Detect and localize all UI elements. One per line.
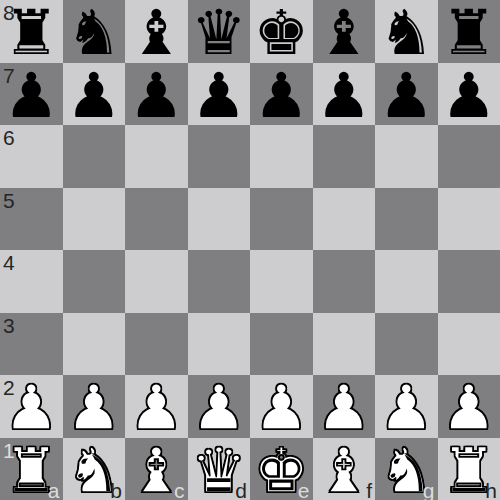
piece-white-pawn-f2[interactable]: ♟ bbox=[316, 377, 372, 439]
square-c7[interactable]: ♟ bbox=[125, 63, 188, 126]
piece-black-king-e8[interactable]: ♚ bbox=[253, 2, 309, 64]
piece-black-pawn-f7[interactable]: ♟ bbox=[316, 65, 372, 127]
square-e6[interactable] bbox=[250, 125, 313, 188]
square-f7[interactable]: ♟ bbox=[313, 63, 376, 126]
piece-black-pawn-d7[interactable]: ♟ bbox=[191, 65, 247, 127]
piece-white-queen-d1[interactable]: ♛ bbox=[191, 440, 247, 500]
square-g4[interactable] bbox=[375, 250, 438, 313]
square-d5[interactable] bbox=[188, 188, 251, 251]
piece-black-rook-h8[interactable]: ♜ bbox=[441, 2, 497, 64]
square-f4[interactable] bbox=[313, 250, 376, 313]
piece-white-pawn-b2[interactable]: ♟ bbox=[66, 377, 122, 439]
piece-white-pawn-a2[interactable]: ♟ bbox=[3, 377, 59, 439]
square-e8[interactable]: ♚ bbox=[250, 0, 313, 63]
square-b8[interactable]: ♞ bbox=[63, 0, 126, 63]
piece-black-pawn-h7[interactable]: ♟ bbox=[441, 65, 497, 127]
square-d3[interactable] bbox=[188, 313, 251, 376]
square-d1[interactable]: ♛d bbox=[188, 438, 251, 500]
square-a6[interactable]: 6 bbox=[0, 125, 63, 188]
piece-black-pawn-g7[interactable]: ♟ bbox=[378, 65, 434, 127]
square-f3[interactable] bbox=[313, 313, 376, 376]
square-f6[interactable] bbox=[313, 125, 376, 188]
square-f5[interactable] bbox=[313, 188, 376, 251]
square-h7[interactable]: ♟ bbox=[438, 63, 500, 126]
piece-white-pawn-e2[interactable]: ♟ bbox=[253, 377, 309, 439]
square-g1[interactable]: ♞g bbox=[375, 438, 438, 500]
rank-label-5: 5 bbox=[3, 190, 15, 211]
square-b4[interactable] bbox=[63, 250, 126, 313]
piece-white-pawn-d2[interactable]: ♟ bbox=[191, 377, 247, 439]
square-d6[interactable] bbox=[188, 125, 251, 188]
square-h8[interactable]: ♜ bbox=[438, 0, 500, 63]
piece-white-pawn-c2[interactable]: ♟ bbox=[128, 377, 184, 439]
square-b7[interactable]: ♟ bbox=[63, 63, 126, 126]
square-a7[interactable]: ♟7 bbox=[0, 63, 63, 126]
square-c2[interactable]: ♟ bbox=[125, 375, 188, 438]
piece-white-king-e1[interactable]: ♚ bbox=[253, 440, 309, 500]
square-d4[interactable] bbox=[188, 250, 251, 313]
square-e3[interactable] bbox=[250, 313, 313, 376]
rank-label-3: 3 bbox=[3, 315, 15, 336]
piece-black-pawn-b7[interactable]: ♟ bbox=[66, 65, 122, 127]
square-f8[interactable]: ♝ bbox=[313, 0, 376, 63]
piece-black-pawn-c7[interactable]: ♟ bbox=[128, 65, 184, 127]
square-c5[interactable] bbox=[125, 188, 188, 251]
square-a3[interactable]: 3 bbox=[0, 313, 63, 376]
square-d2[interactable]: ♟ bbox=[188, 375, 251, 438]
square-g3[interactable] bbox=[375, 313, 438, 376]
square-e1[interactable]: ♚e bbox=[250, 438, 313, 500]
piece-black-bishop-c8[interactable]: ♝ bbox=[128, 2, 184, 64]
piece-white-knight-g1[interactable]: ♞ bbox=[378, 440, 434, 500]
piece-black-rook-a8[interactable]: ♜ bbox=[3, 2, 59, 64]
square-g7[interactable]: ♟ bbox=[375, 63, 438, 126]
piece-white-knight-b1[interactable]: ♞ bbox=[66, 440, 122, 500]
piece-white-rook-a1[interactable]: ♜ bbox=[3, 440, 59, 500]
piece-black-pawn-e7[interactable]: ♟ bbox=[253, 65, 309, 127]
square-e4[interactable] bbox=[250, 250, 313, 313]
piece-white-bishop-f1[interactable]: ♝ bbox=[316, 440, 372, 500]
square-b6[interactable] bbox=[63, 125, 126, 188]
square-a5[interactable]: 5 bbox=[0, 188, 63, 251]
square-d7[interactable]: ♟ bbox=[188, 63, 251, 126]
chess-board: ♜8♞♝♛♚♝♞♜♟7♟♟♟♟♟♟♟6543♟2♟♟♟♟♟♟♟♜1a♞b♝c♛d… bbox=[0, 0, 500, 500]
square-h3[interactable] bbox=[438, 313, 500, 376]
square-a2[interactable]: ♟2 bbox=[0, 375, 63, 438]
square-b1[interactable]: ♞b bbox=[63, 438, 126, 500]
square-a4[interactable]: 4 bbox=[0, 250, 63, 313]
rank-label-6: 6 bbox=[3, 127, 15, 148]
square-c6[interactable] bbox=[125, 125, 188, 188]
square-f1[interactable]: ♝f bbox=[313, 438, 376, 500]
square-b5[interactable] bbox=[63, 188, 126, 251]
square-h4[interactable] bbox=[438, 250, 500, 313]
piece-white-pawn-g2[interactable]: ♟ bbox=[378, 377, 434, 439]
piece-black-knight-b8[interactable]: ♞ bbox=[66, 2, 122, 64]
square-a1[interactable]: ♜1a bbox=[0, 438, 63, 500]
square-c3[interactable] bbox=[125, 313, 188, 376]
square-c8[interactable]: ♝ bbox=[125, 0, 188, 63]
square-a8[interactable]: ♜8 bbox=[0, 0, 63, 63]
piece-black-bishop-f8[interactable]: ♝ bbox=[316, 2, 372, 64]
square-b3[interactable] bbox=[63, 313, 126, 376]
piece-black-queen-d8[interactable]: ♛ bbox=[191, 2, 247, 64]
piece-white-rook-h1[interactable]: ♜ bbox=[441, 440, 497, 500]
square-c4[interactable] bbox=[125, 250, 188, 313]
square-h5[interactable] bbox=[438, 188, 500, 251]
square-h6[interactable] bbox=[438, 125, 500, 188]
square-g6[interactable] bbox=[375, 125, 438, 188]
square-e2[interactable]: ♟ bbox=[250, 375, 313, 438]
square-h2[interactable]: ♟ bbox=[438, 375, 500, 438]
piece-black-knight-g8[interactable]: ♞ bbox=[378, 2, 434, 64]
square-e7[interactable]: ♟ bbox=[250, 63, 313, 126]
piece-white-pawn-h2[interactable]: ♟ bbox=[441, 377, 497, 439]
square-g2[interactable]: ♟ bbox=[375, 375, 438, 438]
rank-label-4: 4 bbox=[3, 252, 15, 273]
piece-white-bishop-c1[interactable]: ♝ bbox=[128, 440, 184, 500]
square-f2[interactable]: ♟ bbox=[313, 375, 376, 438]
square-g5[interactable] bbox=[375, 188, 438, 251]
square-c1[interactable]: ♝c bbox=[125, 438, 188, 500]
square-e5[interactable] bbox=[250, 188, 313, 251]
square-h1[interactable]: ♜h bbox=[438, 438, 500, 500]
square-d8[interactable]: ♛ bbox=[188, 0, 251, 63]
piece-black-pawn-a7[interactable]: ♟ bbox=[3, 65, 59, 127]
square-b2[interactable]: ♟ bbox=[63, 375, 126, 438]
square-g8[interactable]: ♞ bbox=[375, 0, 438, 63]
